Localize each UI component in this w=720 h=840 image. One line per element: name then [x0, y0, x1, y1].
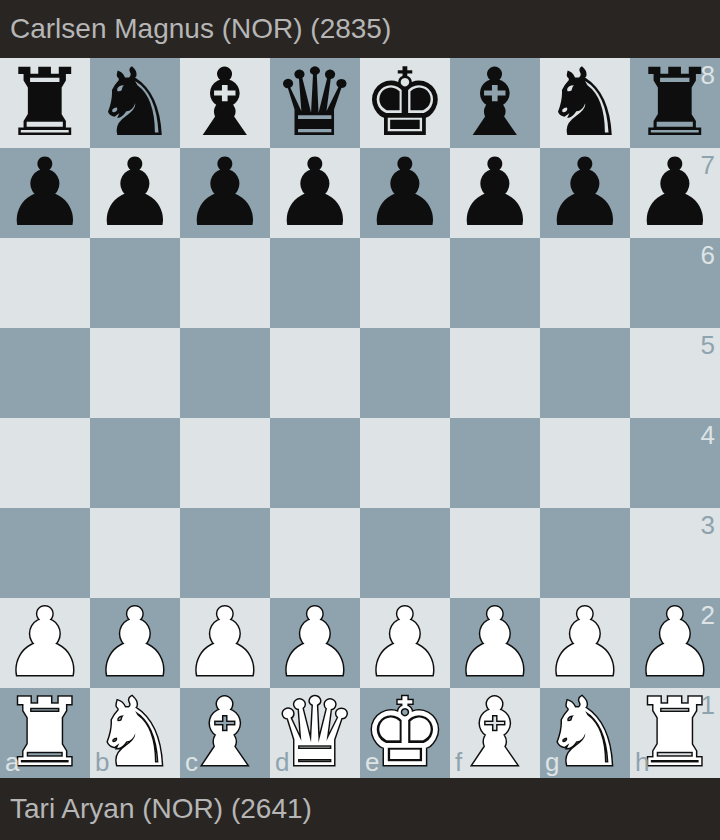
- square-b5[interactable]: [90, 328, 180, 418]
- square-f6[interactable]: [450, 238, 540, 328]
- square-f7[interactable]: ♟: [450, 148, 540, 238]
- player-name-black: Carlsen Magnus (NOR) (2835): [10, 13, 391, 45]
- square-b1[interactable]: ♞b: [90, 688, 180, 778]
- rank-label-1: 1: [701, 692, 715, 718]
- square-c3[interactable]: [180, 508, 270, 598]
- chess-board: ♜♞♝♛♚♝♞♜8♟♟♟♟♟♟♟♟76543♟♟♟♟♟♟♟♟2♜a♞b♝c♛d♚…: [0, 58, 720, 778]
- player-bar-white: Tari Aryan (NOR) (2641): [0, 778, 720, 840]
- square-a3[interactable]: [0, 508, 90, 598]
- square-a8[interactable]: ♜: [0, 58, 90, 148]
- square-e4[interactable]: [360, 418, 450, 508]
- piece-black-pawn[interactable]: ♟: [453, 148, 537, 238]
- square-b2[interactable]: ♟: [90, 598, 180, 688]
- piece-black-knight[interactable]: ♞: [93, 58, 177, 148]
- square-g5[interactable]: [540, 328, 630, 418]
- square-h5[interactable]: 5: [630, 328, 720, 418]
- piece-black-rook[interactable]: ♜: [3, 58, 87, 148]
- square-e6[interactable]: [360, 238, 450, 328]
- piece-white-pawn[interactable]: ♟: [93, 598, 177, 688]
- square-f1[interactable]: ♝f: [450, 688, 540, 778]
- square-e3[interactable]: [360, 508, 450, 598]
- piece-white-pawn[interactable]: ♟: [273, 598, 357, 688]
- player-name-white: Tari Aryan (NOR) (2641): [10, 793, 312, 825]
- rank-label-4: 4: [701, 422, 715, 448]
- square-b6[interactable]: [90, 238, 180, 328]
- square-a1[interactable]: ♜a: [0, 688, 90, 778]
- square-c6[interactable]: [180, 238, 270, 328]
- square-b8[interactable]: ♞: [90, 58, 180, 148]
- piece-white-pawn[interactable]: ♟: [363, 598, 447, 688]
- square-h2[interactable]: ♟2: [630, 598, 720, 688]
- square-h8[interactable]: ♜8: [630, 58, 720, 148]
- square-e1[interactable]: ♚e: [360, 688, 450, 778]
- square-d5[interactable]: [270, 328, 360, 418]
- file-label-g: g: [545, 749, 559, 775]
- square-d8[interactable]: ♛: [270, 58, 360, 148]
- chess-broadcast-view: Carlsen Magnus (NOR) (2835) ♜♞♝♛♚♝♞♜8♟♟♟…: [0, 0, 720, 840]
- square-g6[interactable]: [540, 238, 630, 328]
- rank-label-3: 3: [701, 512, 715, 538]
- square-g8[interactable]: ♞: [540, 58, 630, 148]
- rank-label-2: 2: [701, 602, 715, 628]
- piece-black-pawn[interactable]: ♟: [93, 148, 177, 238]
- piece-white-pawn[interactable]: ♟: [543, 598, 627, 688]
- piece-black-knight[interactable]: ♞: [543, 58, 627, 148]
- square-f5[interactable]: [450, 328, 540, 418]
- rank-label-8: 8: [701, 62, 715, 88]
- square-d4[interactable]: [270, 418, 360, 508]
- square-e5[interactable]: [360, 328, 450, 418]
- square-e8[interactable]: ♚: [360, 58, 450, 148]
- square-g2[interactable]: ♟: [540, 598, 630, 688]
- square-c5[interactable]: [180, 328, 270, 418]
- piece-white-pawn[interactable]: ♟: [183, 598, 267, 688]
- file-label-b: b: [95, 749, 109, 775]
- square-b4[interactable]: [90, 418, 180, 508]
- square-h4[interactable]: 4: [630, 418, 720, 508]
- piece-black-pawn[interactable]: ♟: [363, 148, 447, 238]
- square-d2[interactable]: ♟: [270, 598, 360, 688]
- square-b7[interactable]: ♟: [90, 148, 180, 238]
- rank-label-5: 5: [701, 332, 715, 358]
- square-d6[interactable]: [270, 238, 360, 328]
- square-c8[interactable]: ♝: [180, 58, 270, 148]
- square-d7[interactable]: ♟: [270, 148, 360, 238]
- square-g7[interactable]: ♟: [540, 148, 630, 238]
- square-f2[interactable]: ♟: [450, 598, 540, 688]
- file-label-a: a: [5, 749, 19, 775]
- piece-black-pawn[interactable]: ♟: [273, 148, 357, 238]
- square-c1[interactable]: ♝c: [180, 688, 270, 778]
- square-f8[interactable]: ♝: [450, 58, 540, 148]
- piece-black-queen[interactable]: ♛: [273, 58, 357, 148]
- piece-white-bishop[interactable]: ♝: [453, 688, 537, 778]
- piece-black-bishop[interactable]: ♝: [453, 58, 537, 148]
- square-h6[interactable]: 6: [630, 238, 720, 328]
- square-a5[interactable]: [0, 328, 90, 418]
- square-f3[interactable]: [450, 508, 540, 598]
- square-g3[interactable]: [540, 508, 630, 598]
- square-c4[interactable]: [180, 418, 270, 508]
- square-a4[interactable]: [0, 418, 90, 508]
- piece-black-bishop[interactable]: ♝: [183, 58, 267, 148]
- square-h1[interactable]: ♜1h: [630, 688, 720, 778]
- square-b3[interactable]: [90, 508, 180, 598]
- square-c7[interactable]: ♟: [180, 148, 270, 238]
- square-e7[interactable]: ♟: [360, 148, 450, 238]
- rank-label-6: 6: [701, 242, 715, 268]
- square-f4[interactable]: [450, 418, 540, 508]
- square-g1[interactable]: ♞g: [540, 688, 630, 778]
- square-e2[interactable]: ♟: [360, 598, 450, 688]
- piece-black-pawn[interactable]: ♟: [183, 148, 267, 238]
- square-h3[interactable]: 3: [630, 508, 720, 598]
- square-c2[interactable]: ♟: [180, 598, 270, 688]
- piece-white-pawn[interactable]: ♟: [453, 598, 537, 688]
- square-d1[interactable]: ♛d: [270, 688, 360, 778]
- file-label-d: d: [275, 749, 289, 775]
- piece-black-pawn[interactable]: ♟: [3, 148, 87, 238]
- piece-black-pawn[interactable]: ♟: [543, 148, 627, 238]
- square-h7[interactable]: ♟7: [630, 148, 720, 238]
- rank-label-7: 7: [701, 152, 715, 178]
- file-label-f: f: [455, 749, 462, 775]
- square-a7[interactable]: ♟: [0, 148, 90, 238]
- file-label-e: e: [365, 749, 379, 775]
- square-d3[interactable]: [270, 508, 360, 598]
- file-label-h: h: [635, 749, 649, 775]
- square-a2[interactable]: ♟: [0, 598, 90, 688]
- piece-white-pawn[interactable]: ♟: [3, 598, 87, 688]
- piece-black-king[interactable]: ♚: [363, 58, 447, 148]
- file-label-c: c: [185, 749, 198, 775]
- square-a6[interactable]: [0, 238, 90, 328]
- square-g4[interactable]: [540, 418, 630, 508]
